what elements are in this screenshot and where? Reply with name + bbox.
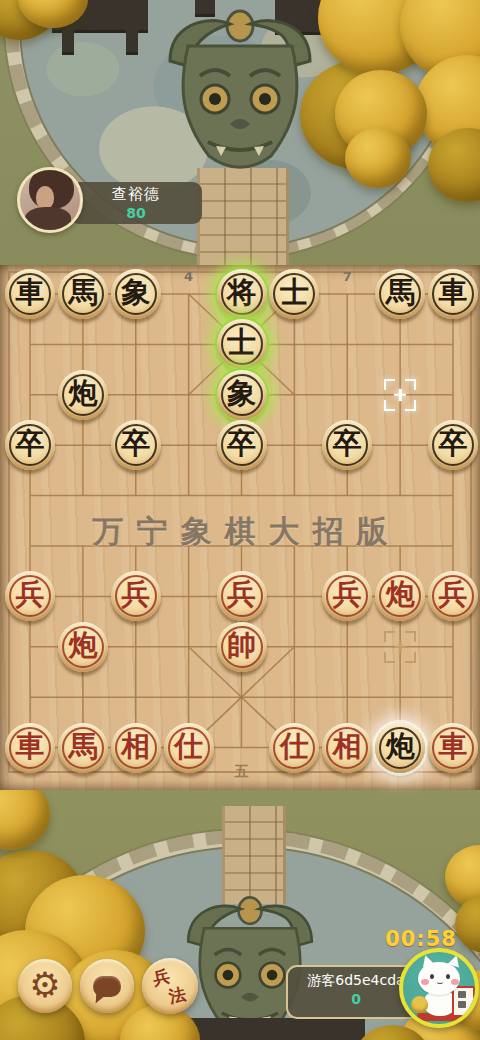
tree-foliage [345, 128, 411, 188]
player-avatar[interactable] [399, 948, 479, 1028]
money-bag-icon [411, 996, 428, 1013]
piece-red-soldier[interactable]: 兵 [217, 571, 267, 621]
piece-black-elephant[interactable]: 象 [217, 370, 267, 420]
piece-black-soldier[interactable]: 卒 [111, 420, 161, 470]
piece-red-elephant[interactable]: 相 [322, 723, 372, 773]
tree-foliage [0, 790, 50, 850]
piece-black-cannon[interactable]: 炮 [375, 723, 425, 773]
settings-button[interactable]: ⚙ [18, 959, 72, 1013]
roof-beam [126, 30, 138, 55]
piece-red-cannon[interactable]: 炮 [58, 622, 108, 672]
chat-bubble-icon [93, 976, 121, 997]
opponent-name-plate: 查裕德 80 [70, 182, 202, 224]
avatar-portrait-face [36, 186, 54, 209]
piece-red-advisor[interactable]: 仕 [164, 723, 214, 773]
piece-red-horse[interactable]: 馬 [58, 723, 108, 773]
piece-red-general[interactable]: 帥 [217, 622, 267, 672]
stone-path [197, 168, 289, 265]
file-label-top: 7 [343, 269, 352, 284]
piece-red-elephant[interactable]: 相 [111, 723, 161, 773]
piece-black-general[interactable]: 将 [217, 269, 267, 319]
piece-black-horse[interactable]: 馬 [375, 269, 425, 319]
piece-black-advisor[interactable]: 士 [217, 319, 267, 369]
xiangqi-game-screen: 万宁象棋大招版 47五 車馬象将士馬車士炮象卒卒卒卒卒炮兵兵兵兵炮兵炮帥車馬相仕… [0, 0, 480, 1040]
piece-red-advisor[interactable]: 仕 [269, 723, 319, 773]
game-timer: 00:58 [385, 927, 457, 951]
bronze-lion-relief [150, 6, 330, 176]
piece-black-soldier[interactable]: 卒 [5, 420, 55, 470]
piece-red-chariot[interactable]: 車 [428, 723, 478, 773]
xiangqi-board[interactable]: 万宁象棋大招版 47五 車馬象将士馬車士炮象卒卒卒卒卒炮兵兵兵兵炮兵炮帥車馬相仕… [0, 265, 480, 790]
lucky-cat-mascot [403, 952, 475, 1024]
piece-black-elephant[interactable]: 象 [111, 269, 161, 319]
piece-black-soldier[interactable]: 卒 [428, 420, 478, 470]
avatar-portrait-body [25, 207, 71, 231]
file-label-top: 4 [184, 269, 193, 284]
file-label-bottom: 五 [235, 763, 249, 781]
roof-beam [62, 30, 74, 55]
opponent-score: 80 [70, 205, 202, 221]
piece-black-soldier[interactable]: 卒 [217, 420, 267, 470]
gear-icon: ⚙ [29, 968, 60, 1003]
courtyard-top [0, 0, 480, 265]
strategy-button[interactable]: 兵 法 [142, 958, 198, 1014]
opponent-name: 查裕德 [70, 185, 202, 204]
river-title-text: 万宁象棋大招版 [0, 511, 480, 553]
opponent-avatar[interactable] [17, 167, 83, 233]
chat-button[interactable] [80, 959, 134, 1013]
strategy-label-char2: 法 [167, 982, 188, 1008]
piece-black-cannon[interactable]: 炮 [58, 370, 108, 420]
piece-red-soldier[interactable]: 兵 [111, 571, 161, 621]
piece-black-chariot[interactable]: 車 [428, 269, 478, 319]
piece-black-horse[interactable]: 馬 [58, 269, 108, 319]
piece-black-chariot[interactable]: 車 [5, 269, 55, 319]
piece-red-chariot[interactable]: 車 [5, 723, 55, 773]
stone-path [222, 806, 286, 904]
